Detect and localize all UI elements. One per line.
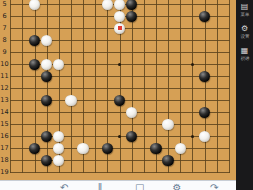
white-stone	[41, 35, 52, 46]
last-move-marker	[118, 26, 122, 30]
menu-icon: ▤	[241, 2, 249, 11]
sidebar-item-label: 设置	[240, 33, 249, 38]
settings-icon[interactable]: ⚙	[173, 182, 182, 190]
row-coordinate-label: 16	[0, 133, 9, 140]
sidebar-item-menu[interactable]: ▤菜单	[240, 2, 250, 17]
white-stone	[199, 131, 210, 142]
row-coordinate-label: 13	[0, 97, 9, 104]
white-stone	[162, 119, 173, 130]
go-board[interactable]: 5678910111213141516171819	[0, 0, 236, 190]
grid-hline	[10, 148, 230, 149]
white-stone	[175, 143, 186, 154]
pause-icon[interactable]: ‖	[98, 182, 103, 190]
row-coordinate-label: 6	[0, 13, 9, 20]
white-stone	[53, 155, 64, 166]
sidebar-item-label: 菜单	[240, 11, 249, 16]
settings-icon: ⚙	[241, 24, 248, 33]
black-stone	[41, 71, 52, 82]
sidebar-item-kifu[interactable]: ▦棋谱	[240, 46, 250, 61]
row-coordinate-label: 8	[0, 37, 9, 44]
black-stone	[162, 155, 173, 166]
black-stone	[114, 95, 125, 106]
white-stone	[53, 143, 64, 154]
grid-hline	[10, 112, 230, 113]
row-coordinate-label: 9	[0, 49, 9, 56]
white-stone	[102, 0, 113, 10]
row-coordinate-label: 5	[0, 1, 9, 8]
black-stone	[199, 11, 210, 22]
right-sidebar: ▤菜单⚙设置▦棋谱	[236, 0, 253, 190]
undo-icon[interactable]: ↶	[60, 182, 68, 190]
row-coordinate-label: 10	[0, 61, 9, 68]
black-stone	[29, 143, 40, 154]
black-stone	[29, 59, 40, 70]
sidebar-item-label: 棋谱	[240, 55, 249, 60]
black-stone	[102, 143, 113, 154]
black-stone	[29, 35, 40, 46]
white-stone	[126, 107, 137, 118]
black-stone	[199, 71, 210, 82]
grid-hline	[10, 172, 230, 173]
grid-vline	[229, 0, 230, 173]
row-coordinate-label: 7	[0, 25, 9, 32]
go-app-window: 5678910111213141516171819 ▤菜单⚙设置▦棋谱 ↶‖□⚙…	[0, 0, 253, 190]
star-point	[118, 135, 121, 138]
black-stone	[150, 143, 161, 154]
white-stone	[77, 143, 88, 154]
row-coordinate-label: 17	[0, 145, 9, 152]
row-coordinate-label: 15	[0, 121, 9, 128]
star-point	[191, 63, 194, 66]
white-stone	[114, 11, 125, 22]
row-coordinate-label: 19	[0, 169, 9, 176]
grid-hline	[10, 124, 230, 125]
star-point	[191, 135, 194, 138]
white-stone	[65, 95, 76, 106]
board-icon[interactable]: □	[135, 182, 144, 190]
white-stone	[114, 0, 125, 10]
bottom-toolbar: ↶‖□⚙↷	[0, 180, 236, 190]
grid-vline	[217, 0, 218, 173]
row-coordinate-label: 11	[0, 73, 9, 80]
white-stone	[29, 0, 40, 10]
black-stone	[41, 95, 52, 106]
row-coordinate-label: 18	[0, 157, 9, 164]
white-stone	[41, 59, 52, 70]
row-coordinate-label: 14	[0, 109, 9, 116]
black-stone	[199, 107, 210, 118]
white-stone	[53, 131, 64, 142]
star-point	[118, 63, 121, 66]
sidebar-item-settings[interactable]: ⚙设置	[240, 24, 250, 39]
black-stone	[126, 131, 137, 142]
black-stone	[126, 11, 137, 22]
kifu-icon: ▦	[241, 46, 249, 55]
row-coordinate-label: 12	[0, 85, 9, 92]
black-stone	[41, 131, 52, 142]
black-stone	[41, 155, 52, 166]
redo-icon[interactable]: ↷	[210, 182, 218, 190]
white-stone	[53, 59, 64, 70]
black-stone	[126, 0, 137, 10]
grid-hline	[10, 88, 230, 89]
